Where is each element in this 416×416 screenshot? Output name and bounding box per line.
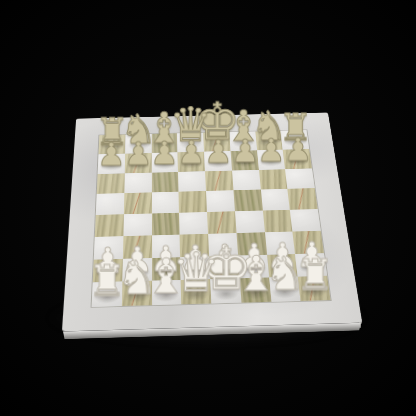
- square-g7[interactable]: ♟: [257, 150, 286, 170]
- black-pawn-f7[interactable]: ♟: [231, 135, 259, 167]
- square-e6[interactable]: [205, 170, 233, 191]
- scene: ♜♞♝♛♚♝♞♜♟♟♟♟♟♟♟♟♟♟♟♟♟♟♟♟♜♞♝♛♚♝♞♜: [0, 0, 416, 416]
- square-d4[interactable]: [179, 212, 208, 234]
- black-pawn-c7[interactable]: ♟: [151, 137, 180, 169]
- black-pawn-e7[interactable]: ♟: [204, 135, 232, 167]
- black-pawn-h7[interactable]: ♟: [284, 133, 312, 165]
- square-b6[interactable]: [124, 172, 151, 193]
- square-e5[interactable]: [206, 190, 235, 212]
- board-near-edge-face: [63, 323, 361, 340]
- board-right-edge-face: [327, 113, 362, 329]
- chess-board: ♜♞♝♛♚♝♞♜♟♟♟♟♟♟♟♟♟♟♟♟♟♟♟♟♜♞♝♛♚♝♞♜: [62, 113, 362, 332]
- black-pawn-d7[interactable]: ♟: [177, 136, 205, 168]
- square-d5[interactable]: [179, 191, 207, 213]
- square-a5[interactable]: [96, 193, 124, 215]
- square-b5[interactable]: [124, 193, 152, 215]
- square-b4[interactable]: [123, 213, 151, 235]
- square-g6[interactable]: [259, 169, 288, 190]
- square-c4[interactable]: [151, 213, 179, 235]
- square-b7[interactable]: ♟: [125, 153, 152, 173]
- perspective-wrapper: ♜♞♝♛♚♝♞♜♟♟♟♟♟♟♟♟♟♟♟♟♟♟♟♟♜♞♝♛♚♝♞♜: [0, 0, 416, 416]
- square-f4[interactable]: [235, 211, 265, 233]
- square-a6[interactable]: [97, 173, 125, 194]
- square-f7[interactable]: ♟: [230, 150, 258, 170]
- board-grid: ♜♞♝♛♚♝♞♜♟♟♟♟♟♟♟♟♟♟♟♟♟♟♟♟♜♞♝♛♚♝♞♜: [92, 130, 331, 307]
- square-d6[interactable]: [178, 171, 206, 192]
- black-pawn-a7[interactable]: ♟: [97, 138, 126, 170]
- white-rook-a1[interactable]: ♜: [88, 259, 127, 302]
- square-g4[interactable]: [262, 210, 292, 232]
- square-f6[interactable]: [232, 170, 261, 191]
- black-pawn-g7[interactable]: ♟: [257, 134, 285, 166]
- square-c7[interactable]: ♟: [151, 152, 178, 172]
- square-a4[interactable]: [95, 214, 124, 236]
- square-h5[interactable]: [288, 188, 318, 210]
- square-c6[interactable]: [151, 172, 178, 193]
- square-g5[interactable]: [260, 189, 290, 211]
- square-h7[interactable]: ♟: [283, 149, 312, 169]
- square-f5[interactable]: [233, 190, 262, 212]
- square-a7[interactable]: ♟: [98, 154, 125, 174]
- black-pawn-b7[interactable]: ♟: [124, 137, 153, 169]
- square-a1[interactable]: ♜: [92, 282, 123, 307]
- square-d7[interactable]: ♟: [178, 152, 205, 172]
- square-h6[interactable]: [285, 168, 315, 189]
- square-c5[interactable]: [151, 192, 179, 214]
- square-e7[interactable]: ♟: [204, 151, 232, 171]
- square-e4[interactable]: [207, 211, 236, 233]
- square-h4[interactable]: [290, 209, 321, 231]
